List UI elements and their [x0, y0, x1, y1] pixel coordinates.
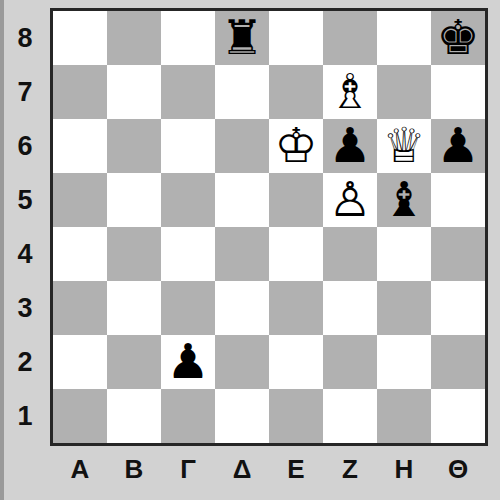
- square-c7[interactable]: [161, 65, 215, 119]
- file-label-f: Ζ: [323, 448, 377, 490]
- square-d1[interactable]: [215, 389, 269, 443]
- square-a2[interactable]: [53, 335, 107, 389]
- square-h7[interactable]: [431, 65, 485, 119]
- square-f4[interactable]: [323, 227, 377, 281]
- square-g4[interactable]: [377, 227, 431, 281]
- file-label-h: Θ: [431, 448, 485, 490]
- square-h1[interactable]: [431, 389, 485, 443]
- square-c4[interactable]: [161, 227, 215, 281]
- square-e8[interactable]: [269, 11, 323, 65]
- square-g1[interactable]: [377, 389, 431, 443]
- square-d6[interactable]: [215, 119, 269, 173]
- square-d5[interactable]: [215, 173, 269, 227]
- square-h6[interactable]: ♟: [431, 119, 485, 173]
- file-labels: ΑΒΓΔΕΖΗΘ: [53, 448, 485, 490]
- rank-label-3: 3: [0, 281, 50, 335]
- square-e5[interactable]: [269, 173, 323, 227]
- piece-white-pawn[interactable]: ♙: [328, 172, 371, 226]
- square-g7[interactable]: [377, 65, 431, 119]
- square-e3[interactable]: [269, 281, 323, 335]
- square-e4[interactable]: [269, 227, 323, 281]
- square-d4[interactable]: [215, 227, 269, 281]
- piece-black-rook[interactable]: ♜: [220, 10, 263, 64]
- square-f3[interactable]: [323, 281, 377, 335]
- square-b6[interactable]: [107, 119, 161, 173]
- rank-label-5: 5: [0, 173, 50, 227]
- square-h2[interactable]: [431, 335, 485, 389]
- square-g6[interactable]: ♕: [377, 119, 431, 173]
- square-c3[interactable]: [161, 281, 215, 335]
- square-g2[interactable]: [377, 335, 431, 389]
- square-h4[interactable]: [431, 227, 485, 281]
- rank-label-6: 6: [0, 119, 50, 173]
- square-f2[interactable]: [323, 335, 377, 389]
- file-label-e: Ε: [269, 448, 323, 490]
- square-e6[interactable]: ♔: [269, 119, 323, 173]
- square-h3[interactable]: [431, 281, 485, 335]
- square-a5[interactable]: [53, 173, 107, 227]
- piece-black-pawn[interactable]: ♟: [328, 118, 371, 172]
- square-b8[interactable]: [107, 11, 161, 65]
- square-b1[interactable]: [107, 389, 161, 443]
- square-g5[interactable]: ♝: [377, 173, 431, 227]
- square-b7[interactable]: [107, 65, 161, 119]
- square-a8[interactable]: [53, 11, 107, 65]
- square-a6[interactable]: [53, 119, 107, 173]
- file-label-a: Α: [53, 448, 107, 490]
- square-e7[interactable]: [269, 65, 323, 119]
- square-a1[interactable]: [53, 389, 107, 443]
- chess-board: ♜♚♗♔♟♕♟♙♝♟: [50, 8, 488, 446]
- rank-label-1: 1: [0, 389, 50, 443]
- chess-diagram: 87654321 ♜♚♗♔♟♕♟♙♝♟ ΑΒΓΔΕΖΗΘ: [0, 0, 500, 500]
- file-label-g: Η: [377, 448, 431, 490]
- square-b2[interactable]: [107, 335, 161, 389]
- square-d2[interactable]: [215, 335, 269, 389]
- square-f5[interactable]: ♙: [323, 173, 377, 227]
- piece-white-king[interactable]: ♔: [274, 118, 317, 172]
- square-f1[interactable]: [323, 389, 377, 443]
- square-b5[interactable]: [107, 173, 161, 227]
- file-label-c: Γ: [161, 448, 215, 490]
- square-a4[interactable]: [53, 227, 107, 281]
- square-b4[interactable]: [107, 227, 161, 281]
- file-label-d: Δ: [215, 448, 269, 490]
- rank-label-7: 7: [0, 65, 50, 119]
- square-f7[interactable]: ♗: [323, 65, 377, 119]
- piece-black-pawn[interactable]: ♟: [166, 334, 209, 388]
- square-a7[interactable]: [53, 65, 107, 119]
- rank-label-2: 2: [0, 335, 50, 389]
- piece-white-queen[interactable]: ♕: [382, 118, 425, 172]
- square-a3[interactable]: [53, 281, 107, 335]
- rank-label-8: 8: [0, 11, 50, 65]
- square-f8[interactable]: [323, 11, 377, 65]
- square-d7[interactable]: [215, 65, 269, 119]
- square-e1[interactable]: [269, 389, 323, 443]
- square-c5[interactable]: [161, 173, 215, 227]
- square-c6[interactable]: [161, 119, 215, 173]
- piece-white-bishop[interactable]: ♗: [328, 64, 371, 118]
- square-c1[interactable]: [161, 389, 215, 443]
- rank-labels: 87654321: [0, 11, 50, 443]
- file-label-b: Β: [107, 448, 161, 490]
- square-h5[interactable]: [431, 173, 485, 227]
- square-g3[interactable]: [377, 281, 431, 335]
- square-f6[interactable]: ♟: [323, 119, 377, 173]
- square-b3[interactable]: [107, 281, 161, 335]
- piece-black-bishop[interactable]: ♝: [382, 172, 425, 226]
- piece-black-pawn[interactable]: ♟: [436, 118, 479, 172]
- square-e2[interactable]: [269, 335, 323, 389]
- rank-label-4: 4: [0, 227, 50, 281]
- square-g8[interactable]: [377, 11, 431, 65]
- square-h8[interactable]: ♚: [431, 11, 485, 65]
- piece-black-king[interactable]: ♚: [436, 10, 479, 64]
- square-c2[interactable]: ♟: [161, 335, 215, 389]
- square-d3[interactable]: [215, 281, 269, 335]
- square-c8[interactable]: [161, 11, 215, 65]
- square-d8[interactable]: ♜: [215, 11, 269, 65]
